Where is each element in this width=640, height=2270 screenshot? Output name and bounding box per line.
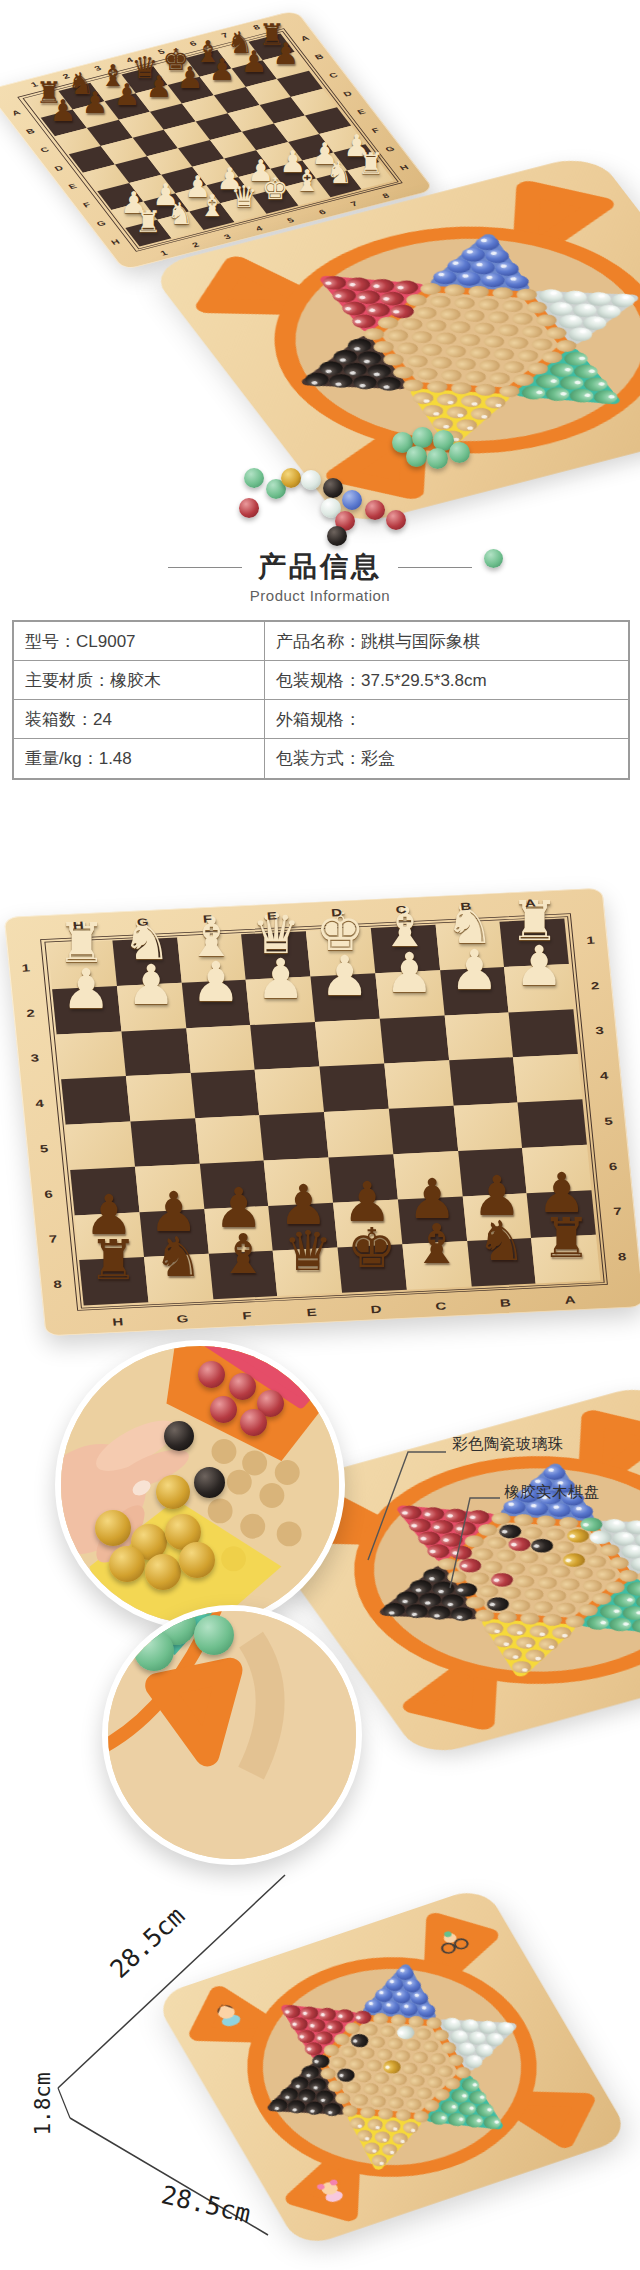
coordinate-label: A (497, 892, 563, 913)
coordinate-label: 1 (11, 944, 41, 990)
square (324, 1109, 393, 1157)
coordinate-label: E (239, 905, 305, 926)
square (250, 1022, 319, 1070)
marble-white (301, 470, 321, 490)
coordinate-label: 4 (24, 1080, 54, 1126)
square: ♚ (338, 1244, 407, 1292)
marble-red (240, 1409, 267, 1436)
square (66, 1121, 135, 1169)
marble-green (244, 468, 264, 488)
square: ♜ (79, 1257, 148, 1305)
square: ♟ (52, 986, 121, 1034)
coordinate-label: 4 (589, 1052, 619, 1098)
divider-line (398, 567, 472, 568)
square: ♞ (144, 1254, 213, 1302)
chess-piece-light-pawn: ♟ (62, 962, 111, 1017)
marble-gold (281, 468, 301, 488)
coordinate-label: H (85, 1311, 151, 1332)
marble-green (412, 427, 433, 448)
coordinate-label: 3 (20, 1035, 50, 1081)
marble-red (229, 1373, 256, 1400)
coordinate-label: B (432, 895, 498, 916)
square (380, 1015, 449, 1063)
coordinate-label: C (407, 1295, 473, 1316)
square (389, 1106, 458, 1154)
marble-gold (95, 1510, 131, 1546)
coordinate-label: 2 (580, 962, 610, 1008)
coordinate-label: 6 (598, 1143, 628, 1189)
coordinate-label: 2 (15, 990, 45, 1036)
spec-cell-weight: 重量/kg：1.48 (14, 739, 265, 778)
coordinate-label: 8 (607, 1233, 637, 1279)
square (384, 1060, 453, 1108)
square (319, 1064, 388, 1112)
product-info-header: 产品信息 Product Information (0, 548, 640, 604)
coordinate-label: F (214, 1304, 280, 1325)
marble-black (323, 478, 343, 498)
chess-piece-dark-rook: ♜ (89, 1233, 138, 1288)
marble-red (365, 500, 385, 520)
chess-piece-dark-knight: ♞ (154, 1230, 203, 1285)
square (186, 1025, 255, 1073)
zoom-inset-corner (102, 1605, 362, 1865)
square: ♞ (467, 1238, 536, 1286)
callout-beads-label: 彩色陶瓷玻璃珠 (452, 1434, 564, 1455)
square (513, 1054, 582, 1102)
square (190, 1070, 259, 1118)
marble-red (386, 510, 406, 530)
chess-piece-dark-king: ♚ (347, 1220, 396, 1275)
square (61, 1076, 130, 1124)
marble-red (198, 1361, 225, 1388)
coordinate-label: E (278, 1301, 344, 1322)
square: ♟ (246, 976, 315, 1024)
chess-piece-light-pawn: ♟ (514, 939, 563, 994)
spec-table: 型号：CL9007 产品名称：跳棋与国际象棋 主要材质：橡胶木 包装规格：37.… (12, 620, 630, 780)
coordinate-label: 5 (29, 1125, 59, 1171)
marble-green (134, 1631, 174, 1671)
square (453, 1103, 522, 1151)
chess-piece-light-pawn: ♟ (450, 943, 499, 998)
coordinate-label: G (149, 1308, 215, 1329)
square: ♝ (208, 1251, 277, 1299)
coordinate-label: 3 (584, 1007, 614, 1053)
chess-board-large: ♜♞♝♛♚♝♞♜♟♟♟♟♟♟♟♟♟♟♟♟♟♟♟♟♜♞♝♛♚♝♞♜HGFEDCBA… (4, 888, 640, 1336)
coordinate-label: F (174, 908, 240, 929)
square (315, 1018, 384, 1066)
dimension-thickness: 1.8cm (31, 2056, 55, 2152)
square (518, 1099, 587, 1147)
spec-cell-package-size: 包装规格：37.5*29.5*3.8cm (265, 661, 628, 700)
chess-piece-dark-queen: ♛ (283, 1223, 332, 1278)
marble-red (239, 498, 259, 518)
chess-piece-light-pawn: ♟ (256, 952, 305, 1007)
zoom-inset-hand (55, 1340, 345, 1630)
square (509, 1009, 578, 1057)
square (195, 1115, 264, 1163)
square: ♜ (531, 1235, 600, 1283)
marble-gold (145, 1554, 181, 1590)
coordinate-label: 8 (42, 1261, 72, 1307)
spec-cell-qty-per-carton: 装箱数：24 (14, 700, 265, 739)
chess-piece-dark-knight: ♞ (477, 1214, 526, 1269)
square: ♟ (504, 964, 573, 1012)
square (449, 1057, 518, 1105)
marble-red (210, 1396, 237, 1423)
marble-blue (342, 490, 362, 510)
chess-piece-dark-pawn: ♟ (272, 39, 299, 69)
chess-piece-light-pawn: ♟ (127, 958, 176, 1013)
square: ♟ (440, 967, 509, 1015)
chess-piece-light-pawn: ♟ (191, 955, 240, 1010)
square (126, 1073, 195, 1121)
square (121, 1028, 190, 1076)
coordinate-label: 1 (575, 917, 605, 963)
chess-piece-dark-bishop: ♝ (412, 1217, 461, 1272)
dimension-top-edge: 28.5cm (92, 1889, 203, 1995)
chess-piece-dark-rook: ♜ (541, 1211, 590, 1266)
product-page: ♜♞♝♛♚♝♞♜♟♟♟♟♟♟♟♟♟♟♟♟♟♟♟♟♜♞♝♛♚♝♞♜12345678… (0, 0, 640, 2270)
marble-gold (179, 1542, 215, 1578)
square (259, 1112, 328, 1160)
spec-cell-product-name: 产品名称：跳棋与国际象棋 (265, 622, 628, 661)
marble-black (164, 1421, 194, 1451)
spec-cell-model: 型号：CL9007 (14, 622, 265, 661)
coordinate-label: 7 (38, 1216, 68, 1262)
section-title-cn: 产品信息 (258, 548, 382, 586)
coordinate-label: A (537, 1289, 603, 1310)
square: ♟ (117, 983, 186, 1031)
square (255, 1067, 324, 1115)
coordinate-label: 5 (593, 1098, 623, 1144)
coordinate-label: D (343, 1298, 409, 1319)
marble-black (194, 1467, 225, 1498)
marble-green (427, 448, 448, 469)
square: ♟ (375, 970, 444, 1018)
spec-cell-packing-type: 包装方式：彩盒 (265, 739, 628, 778)
coordinate-label: H (45, 914, 111, 935)
marble-green (406, 446, 427, 467)
coordinate-label: G (110, 911, 176, 932)
spec-cell-carton-size: 外箱规格： (265, 700, 628, 739)
board-grid: ♜♞♝♛♚♝♞♜♟♟♟♟♟♟♟♟♟♟♟♟♟♟♟♟♜♞♝♛♚♝♞♜ (48, 918, 601, 1305)
coordinate-label: 6 (33, 1170, 63, 1216)
marble-green (449, 442, 470, 463)
chess-piece-light-rook: ♜ (357, 149, 384, 179)
coordinate-label: 7 (602, 1188, 632, 1234)
marble-black (327, 526, 347, 546)
marble-green (484, 549, 503, 568)
square (130, 1118, 199, 1166)
chess-piece-dark-bishop: ♝ (218, 1227, 267, 1282)
square: ♝ (402, 1241, 471, 1289)
callout-board-label: 橡胶实木棋盘 (504, 1482, 600, 1503)
square (444, 1012, 513, 1060)
square: ♟ (181, 980, 250, 1028)
coordinate-label: C (368, 898, 434, 919)
section-title-en: Product Information (0, 587, 640, 604)
chess-piece-light-pawn: ♟ (320, 949, 369, 1004)
square: ♛ (273, 1248, 342, 1296)
marble-gold (156, 1475, 190, 1509)
marble-gold (109, 1546, 145, 1582)
coordinate-label: D (303, 901, 369, 922)
dimension-bottom-edge: 28.5cm (140, 2176, 271, 2233)
marble-green (194, 1615, 234, 1655)
spec-cell-material: 主要材质：橡胶木 (14, 661, 265, 700)
divider-line (168, 567, 242, 568)
square: ♟ (310, 973, 379, 1021)
chess-piece-light-pawn: ♟ (385, 946, 434, 1001)
square (57, 1031, 126, 1079)
coordinate-label: B (472, 1292, 538, 1313)
